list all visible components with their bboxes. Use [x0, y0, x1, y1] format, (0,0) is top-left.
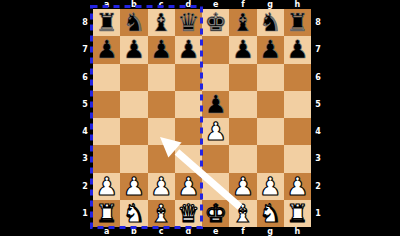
square-a2[interactable]: ♟ [93, 173, 120, 200]
piece-black-pawn[interactable]: ♟ [229, 36, 256, 63]
square-e7[interactable] [202, 36, 229, 63]
square-g7[interactable]: ♟ [257, 36, 284, 63]
piece-white-knight[interactable]: ♞ [257, 200, 284, 227]
square-e2[interactable] [202, 173, 229, 200]
square-f4[interactable] [229, 118, 256, 145]
square-h4[interactable] [284, 118, 311, 145]
piece-white-pawn[interactable]: ♟ [284, 173, 311, 200]
square-f1[interactable]: ♝ [229, 200, 256, 227]
coordinate-label: e [202, 227, 229, 236]
square-d3[interactable] [175, 145, 202, 172]
board-grid: ♜♞♝♛♚♝♞♜♟♟♟♟♟♟♟♟♟♟♟♟♟♟♟♟♜♞♝♛♚♝♞♜ [93, 9, 311, 227]
square-e1[interactable]: ♚ [202, 200, 229, 227]
square-b7[interactable]: ♟ [120, 36, 147, 63]
piece-black-knight[interactable]: ♞ [120, 9, 147, 36]
square-f2[interactable]: ♟ [229, 173, 256, 200]
piece-black-pawn[interactable]: ♟ [120, 36, 147, 63]
coordinate-label: 3 [313, 145, 323, 172]
square-b3[interactable] [120, 145, 147, 172]
coordinate-label: d [175, 227, 202, 236]
square-d5[interactable] [175, 91, 202, 118]
square-f5[interactable] [229, 91, 256, 118]
file-labels-bottom: abcdefgh [93, 227, 311, 236]
square-d1[interactable]: ♛ [175, 200, 202, 227]
piece-black-pawn[interactable]: ♟ [202, 91, 229, 118]
square-a3[interactable] [93, 145, 120, 172]
coordinate-label: 8 [80, 9, 90, 36]
coordinate-label: 6 [313, 64, 323, 91]
coordinate-label: b [120, 227, 147, 236]
square-c1[interactable]: ♝ [148, 200, 175, 227]
coordinate-label: c [148, 227, 175, 236]
square-h7[interactable]: ♟ [284, 36, 311, 63]
piece-white-bishop[interactable]: ♝ [229, 200, 256, 227]
square-b2[interactable]: ♟ [120, 173, 147, 200]
piece-black-queen[interactable]: ♛ [175, 9, 202, 36]
coordinate-label: 6 [80, 64, 90, 91]
coordinate-label: 5 [313, 91, 323, 118]
rank-labels-left: 87654321 [80, 9, 90, 227]
piece-black-pawn[interactable]: ♟ [148, 36, 175, 63]
coordinate-label: 3 [80, 145, 90, 172]
coordinate-label: 7 [80, 36, 90, 63]
coordinate-label: h [284, 227, 311, 236]
square-c8[interactable]: ♝ [148, 9, 175, 36]
square-e8[interactable]: ♚ [202, 9, 229, 36]
square-g1[interactable]: ♞ [257, 200, 284, 227]
piece-white-pawn[interactable]: ♟ [175, 173, 202, 200]
piece-white-pawn[interactable]: ♟ [202, 118, 229, 145]
piece-white-knight[interactable]: ♞ [120, 200, 147, 227]
square-d7[interactable]: ♟ [175, 36, 202, 63]
square-d6[interactable] [175, 64, 202, 91]
coordinate-label: 4 [80, 118, 90, 145]
square-c4[interactable] [148, 118, 175, 145]
square-f7[interactable]: ♟ [229, 36, 256, 63]
coordinate-label: g [257, 227, 284, 236]
square-h8[interactable]: ♜ [284, 9, 311, 36]
square-g4[interactable] [257, 118, 284, 145]
square-a8[interactable]: ♜ [93, 9, 120, 36]
square-a6[interactable] [93, 64, 120, 91]
piece-white-pawn[interactable]: ♟ [93, 173, 120, 200]
piece-white-pawn[interactable]: ♟ [257, 173, 284, 200]
coordinate-label: f [229, 227, 256, 236]
square-f8[interactable]: ♝ [229, 9, 256, 36]
square-a1[interactable]: ♜ [93, 200, 120, 227]
piece-black-king[interactable]: ♚ [202, 9, 229, 36]
square-h2[interactable]: ♟ [284, 173, 311, 200]
square-d2[interactable]: ♟ [175, 173, 202, 200]
piece-black-bishop[interactable]: ♝ [148, 9, 175, 36]
piece-black-rook[interactable]: ♜ [284, 9, 311, 36]
square-g3[interactable] [257, 145, 284, 172]
piece-white-bishop[interactable]: ♝ [148, 200, 175, 227]
square-c2[interactable]: ♟ [148, 173, 175, 200]
square-b6[interactable] [120, 64, 147, 91]
coordinate-label: 8 [313, 9, 323, 36]
square-e4[interactable]: ♟ [202, 118, 229, 145]
piece-black-pawn[interactable]: ♟ [257, 36, 284, 63]
piece-white-rook[interactable]: ♜ [284, 200, 311, 227]
piece-black-pawn[interactable]: ♟ [175, 36, 202, 63]
square-e6[interactable] [202, 64, 229, 91]
chess-board-app: abcdefgh abcdefgh 87654321 87654321 ♜♞♝♛… [0, 0, 400, 236]
square-c7[interactable]: ♟ [148, 36, 175, 63]
square-a7[interactable]: ♟ [93, 36, 120, 63]
square-f3[interactable] [229, 145, 256, 172]
piece-black-rook[interactable]: ♜ [93, 9, 120, 36]
square-b5[interactable] [120, 91, 147, 118]
coordinate-label: 7 [313, 36, 323, 63]
square-g5[interactable] [257, 91, 284, 118]
square-b8[interactable]: ♞ [120, 9, 147, 36]
square-d4[interactable] [175, 118, 202, 145]
square-b4[interactable] [120, 118, 147, 145]
square-h3[interactable] [284, 145, 311, 172]
coordinate-label: a [93, 227, 120, 236]
square-f6[interactable] [229, 64, 256, 91]
coordinate-label: 4 [313, 118, 323, 145]
square-d8[interactable]: ♛ [175, 9, 202, 36]
square-h6[interactable] [284, 64, 311, 91]
square-e5[interactable]: ♟ [202, 91, 229, 118]
piece-black-pawn[interactable]: ♟ [284, 36, 311, 63]
piece-black-pawn[interactable]: ♟ [93, 36, 120, 63]
piece-white-queen[interactable]: ♛ [175, 200, 202, 227]
square-b1[interactable]: ♞ [120, 200, 147, 227]
square-c5[interactable] [148, 91, 175, 118]
piece-black-knight[interactable]: ♞ [257, 9, 284, 36]
piece-white-pawn[interactable]: ♟ [148, 173, 175, 200]
coordinate-label: 2 [80, 173, 90, 200]
piece-white-king[interactable]: ♚ [202, 200, 229, 227]
piece-white-pawn[interactable]: ♟ [229, 173, 256, 200]
square-g2[interactable]: ♟ [257, 173, 284, 200]
piece-black-bishop[interactable]: ♝ [229, 9, 256, 36]
coordinate-label: 2 [313, 173, 323, 200]
square-a4[interactable] [93, 118, 120, 145]
square-a5[interactable] [93, 91, 120, 118]
square-c3[interactable] [148, 145, 175, 172]
piece-white-rook[interactable]: ♜ [93, 200, 120, 227]
square-h5[interactable] [284, 91, 311, 118]
coordinate-label: 1 [80, 200, 90, 227]
square-c6[interactable] [148, 64, 175, 91]
square-g6[interactable] [257, 64, 284, 91]
square-g8[interactable]: ♞ [257, 9, 284, 36]
square-e3[interactable] [202, 145, 229, 172]
coordinate-label: 5 [80, 91, 90, 118]
coordinate-label: 1 [313, 200, 323, 227]
rank-labels-right: 87654321 [313, 9, 323, 227]
square-h1[interactable]: ♜ [284, 200, 311, 227]
piece-white-pawn[interactable]: ♟ [120, 173, 147, 200]
